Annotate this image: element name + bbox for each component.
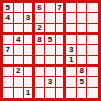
given-digit: 3 — [69, 46, 73, 54]
cell-r6c7[interactable]: 1 — [66, 56, 77, 67]
cell-r3c8[interactable] — [77, 24, 88, 35]
cell-r3c7[interactable] — [66, 24, 77, 35]
cell-r5c8[interactable] — [77, 45, 88, 55]
cell-r3c1[interactable] — [3, 24, 14, 35]
cell-r8c8[interactable]: 5 — [77, 77, 88, 87]
given-digit: 6 — [37, 4, 41, 12]
cell-r6c8[interactable] — [77, 56, 88, 67]
cell-r8c9[interactable] — [87, 77, 98, 87]
given-digit: 8 — [79, 67, 83, 75]
given-digit: 4 — [16, 36, 20, 44]
cell-r3c3[interactable] — [24, 24, 35, 35]
cell-r6c4[interactable] — [35, 56, 46, 67]
cell-r3c2[interactable] — [14, 24, 25, 35]
cell-r6c1[interactable] — [3, 56, 14, 67]
given-digit: 3 — [26, 14, 30, 22]
given-digit: 1 — [69, 56, 73, 64]
cell-r8c2[interactable] — [14, 77, 25, 87]
cell-r8c4[interactable] — [35, 77, 46, 87]
cell-r6c6[interactable] — [56, 56, 67, 67]
cell-r7c7[interactable] — [66, 67, 77, 77]
cell-r3c4[interactable]: 2 — [35, 24, 46, 35]
cell-r8c3[interactable] — [24, 77, 35, 87]
cell-r3c9[interactable] — [87, 24, 98, 35]
cell-r7c9[interactable] — [87, 67, 98, 77]
cell-r4c1[interactable] — [3, 35, 14, 45]
cell-r5c1[interactable]: 7 — [3, 45, 14, 55]
cell-r3c6[interactable] — [56, 24, 67, 35]
given-digit: 2 — [37, 24, 41, 32]
cell-r2c6[interactable] — [56, 13, 67, 23]
cell-r2c7[interactable] — [66, 13, 77, 23]
cell-r5c2[interactable] — [14, 45, 25, 55]
cell-r1c3[interactable] — [24, 3, 35, 13]
given-digit: 1 — [26, 89, 30, 97]
cell-r2c5[interactable] — [45, 13, 56, 23]
cell-r8c7[interactable] — [66, 77, 77, 87]
cell-r7c3[interactable] — [24, 67, 35, 77]
cell-r8c6[interactable] — [56, 77, 67, 87]
cell-r7c5[interactable] — [45, 67, 56, 77]
cell-r8c1[interactable] — [3, 77, 14, 87]
cell-r5c6[interactable] — [56, 45, 67, 55]
cell-r8c5[interactable]: 3 — [45, 77, 56, 87]
cell-r9c6[interactable] — [56, 88, 67, 98]
given-digit: 5 — [48, 36, 52, 44]
cell-r5c5[interactable] — [45, 45, 56, 55]
cell-r1c5[interactable] — [45, 3, 56, 13]
given-digit: 2 — [16, 67, 20, 75]
given-digit: 7 — [57, 4, 61, 12]
cell-r7c1[interactable] — [3, 67, 14, 77]
cell-r7c2[interactable]: 2 — [14, 67, 25, 77]
cell-r2c8[interactable] — [77, 13, 88, 23]
given-digit: 3 — [48, 78, 52, 86]
cell-r4c5[interactable]: 5 — [45, 35, 56, 45]
cell-r1c2[interactable] — [14, 3, 25, 13]
cell-r1c8[interactable] — [77, 3, 88, 13]
cell-r6c9[interactable] — [87, 56, 98, 67]
cell-r4c4[interactable]: 8 — [35, 35, 46, 45]
cell-r9c4[interactable] — [35, 88, 46, 98]
cell-r9c7[interactable] — [66, 88, 77, 98]
cell-r3c5[interactable] — [45, 24, 56, 35]
cell-r9c2[interactable] — [14, 88, 25, 98]
cell-r2c3[interactable]: 3 — [24, 13, 35, 23]
cell-r1c1[interactable]: 5 — [3, 3, 14, 13]
cell-r7c6[interactable] — [56, 67, 67, 77]
cell-r2c9[interactable] — [87, 13, 98, 23]
cell-r4c2[interactable]: 4 — [14, 35, 25, 45]
given-digit: 5 — [6, 4, 10, 12]
cell-r5c9[interactable] — [87, 45, 98, 55]
cell-r5c4[interactable] — [35, 45, 46, 55]
cell-r4c6[interactable] — [56, 35, 67, 45]
given-digit: 5 — [79, 78, 83, 86]
cell-r7c4[interactable] — [35, 67, 46, 77]
cell-r9c5[interactable] — [45, 88, 56, 98]
cell-r1c9[interactable] — [87, 3, 98, 13]
cell-r9c1[interactable] — [3, 88, 14, 98]
cell-r2c2[interactable] — [14, 13, 25, 23]
given-digit: 8 — [37, 36, 41, 44]
given-digit: 7 — [6, 46, 10, 54]
given-digit: 4 — [6, 14, 10, 22]
cell-r4c3[interactable] — [24, 35, 35, 45]
cell-r4c9[interactable] — [87, 35, 98, 45]
cell-r5c3[interactable] — [24, 45, 35, 55]
cell-r6c3[interactable] — [24, 56, 35, 67]
cell-r1c7[interactable] — [66, 3, 77, 13]
cell-r1c4[interactable]: 6 — [35, 3, 46, 13]
cell-r9c3[interactable]: 1 — [24, 88, 35, 98]
cell-r1c6[interactable]: 7 — [56, 3, 67, 13]
cell-r9c8[interactable] — [77, 88, 88, 98]
cell-r6c5[interactable] — [45, 56, 56, 67]
cell-r9c9[interactable] — [87, 88, 98, 98]
cell-r2c1[interactable]: 4 — [3, 13, 14, 23]
cell-r4c8[interactable] — [77, 35, 88, 45]
sudoku-board: 56743248573128351 — [0, 0, 101, 101]
cell-r7c8[interactable]: 8 — [77, 67, 88, 77]
cell-r6c2[interactable] — [14, 56, 25, 67]
cell-r4c7[interactable] — [66, 35, 77, 45]
